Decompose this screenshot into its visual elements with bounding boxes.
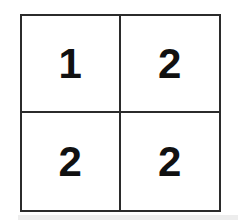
puzzle-grid: 1 2 2 2	[20, 14, 221, 212]
cell-r0c0[interactable]: 1	[22, 16, 121, 113]
bottom-edge-strip	[18, 215, 238, 220]
cell-r1c1[interactable]: 2	[121, 113, 220, 210]
cell-r0c1[interactable]: 2	[121, 16, 220, 113]
cell-r1c0[interactable]: 2	[22, 113, 121, 210]
